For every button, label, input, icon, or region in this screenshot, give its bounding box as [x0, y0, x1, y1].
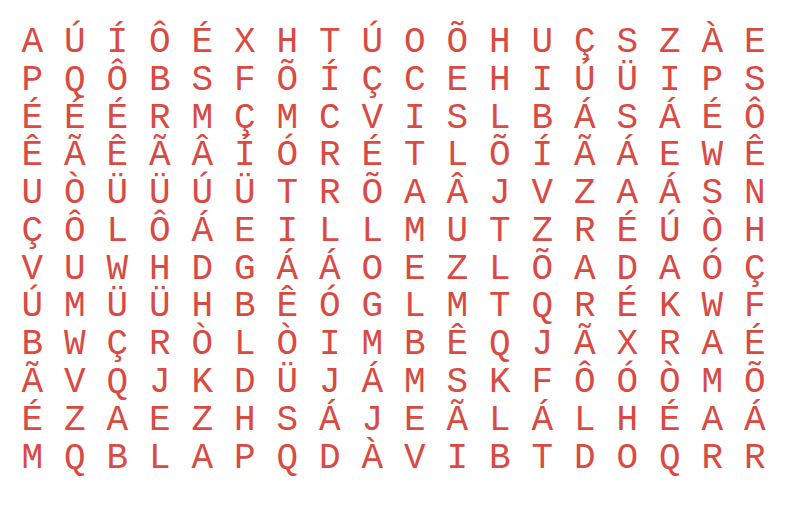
grid-cell[interactable]: P	[224, 438, 267, 476]
page: { "game": "word-search", "grid": { "rows…	[0, 0, 800, 509]
grid-cell[interactable]: U	[11, 173, 54, 211]
grid-cell[interactable]: E	[734, 22, 777, 60]
grid-cell[interactable]: H	[181, 287, 224, 325]
grid-cell[interactable]: B	[479, 438, 522, 476]
grid-cell[interactable]: Õ	[479, 135, 522, 173]
grid-cell[interactable]: Z	[181, 400, 224, 438]
grid-cell[interactable]: Ç	[734, 249, 777, 287]
grid-cell[interactable]: Á	[266, 249, 309, 287]
grid-cell[interactable]: J	[479, 173, 522, 211]
grid-cell[interactable]: R	[734, 438, 777, 476]
grid-cell[interactable]: Ã	[139, 135, 182, 173]
grid-cell[interactable]: Ü	[139, 287, 182, 325]
grid-cell[interactable]: U	[54, 249, 97, 287]
grid-cell[interactable]: H	[606, 400, 649, 438]
grid-cell[interactable]: S	[436, 362, 479, 400]
grid-cell[interactable]: Ó	[309, 287, 352, 325]
grid-cell[interactable]: Ü	[96, 173, 139, 211]
grid-cell[interactable]: W	[96, 249, 139, 287]
grid-cell[interactable]: Ã	[436, 400, 479, 438]
grid-cell[interactable]: G	[224, 249, 267, 287]
grid-cell[interactable]: Á	[309, 249, 352, 287]
grid-cell[interactable]: É	[54, 98, 97, 136]
grid-cell[interactable]: Q	[54, 60, 97, 98]
grid-cell[interactable]: K	[649, 287, 692, 325]
grid-cell[interactable]: Õ	[266, 60, 309, 98]
grid-cell[interactable]: Õ	[436, 22, 479, 60]
grid-cell[interactable]: D	[309, 438, 352, 476]
grid-cell[interactable]: Ó	[691, 249, 734, 287]
grid-cell[interactable]: M	[181, 98, 224, 136]
grid-cell[interactable]: Q	[266, 438, 309, 476]
grid-cell[interactable]: Q	[649, 438, 692, 476]
grid-cell[interactable]: Q	[521, 287, 564, 325]
grid-cell[interactable]: Á	[564, 98, 607, 136]
grid-cell[interactable]: S	[606, 22, 649, 60]
grid-cell[interactable]: R	[139, 98, 182, 136]
grid-cell[interactable]: L	[224, 324, 267, 362]
grid-cell[interactable]: Z	[436, 249, 479, 287]
grid-cell[interactable]: L	[139, 438, 182, 476]
grid-cell[interactable]: S	[606, 98, 649, 136]
grid-cell[interactable]: Ú	[11, 287, 54, 325]
grid-cell[interactable]: R	[691, 438, 734, 476]
grid-cell[interactable]: A	[691, 324, 734, 362]
grid-cell[interactable]: À	[691, 22, 734, 60]
grid-cell[interactable]: Â	[436, 173, 479, 211]
grid-cell[interactable]: P	[11, 60, 54, 98]
grid-cell[interactable]: Ò	[54, 173, 97, 211]
grid-cell[interactable]: R	[564, 211, 607, 249]
grid-cell[interactable]: Z	[649, 22, 692, 60]
grid-cell[interactable]: Q	[54, 438, 97, 476]
grid-cell[interactable]: Ú	[181, 173, 224, 211]
grid-cell[interactable]: Â	[181, 135, 224, 173]
grid-cell[interactable]: Í	[521, 135, 564, 173]
grid-cell[interactable]: Ê	[266, 287, 309, 325]
grid-cell[interactable]: Õ	[734, 362, 777, 400]
grid-cell[interactable]: V	[351, 98, 394, 136]
grid-cell[interactable]: L	[479, 98, 522, 136]
grid-cell[interactable]: V	[521, 173, 564, 211]
grid-cell[interactable]: A	[394, 173, 437, 211]
grid-cell[interactable]: É	[11, 400, 54, 438]
grid-cell[interactable]: L	[436, 135, 479, 173]
grid-cell[interactable]: É	[181, 22, 224, 60]
grid-cell[interactable]: B	[11, 324, 54, 362]
grid-cell[interactable]: H	[224, 400, 267, 438]
grid-cell[interactable]: I	[266, 211, 309, 249]
grid-cell[interactable]: E	[394, 249, 437, 287]
grid-cell[interactable]: Ú	[54, 22, 97, 60]
grid-cell[interactable]: E	[394, 400, 437, 438]
grid-cell[interactable]: Ç	[564, 22, 607, 60]
grid-cell[interactable]: B	[521, 98, 564, 136]
grid-cell[interactable]: M	[266, 98, 309, 136]
grid-cell[interactable]: D	[224, 362, 267, 400]
grid-cell[interactable]: Ô	[54, 211, 97, 249]
grid-cell[interactable]: L	[96, 211, 139, 249]
grid-cell[interactable]: Ü	[96, 287, 139, 325]
grid-cell[interactable]: Ú	[564, 60, 607, 98]
grid-cell[interactable]: É	[606, 287, 649, 325]
grid-cell[interactable]: M	[54, 287, 97, 325]
grid-cell[interactable]: L	[351, 211, 394, 249]
grid-cell[interactable]: A	[691, 400, 734, 438]
grid-cell[interactable]: Á	[734, 400, 777, 438]
grid-cell[interactable]: N	[734, 173, 777, 211]
grid-cell[interactable]: J	[139, 362, 182, 400]
grid-cell[interactable]: Ê	[96, 135, 139, 173]
grid-cell[interactable]: L	[479, 400, 522, 438]
grid-cell[interactable]: M	[394, 211, 437, 249]
grid-cell[interactable]: I	[521, 60, 564, 98]
grid-cell[interactable]: Q	[96, 362, 139, 400]
grid-cell[interactable]: Ã	[564, 324, 607, 362]
word-search-grid: AÚÍÔÉXHTÚOÕHUÇSZÀEPQÔBSFÕÍÇCEHIÚÜIPSÉÉÉR…	[11, 22, 776, 476]
grid-cell[interactable]: K	[479, 362, 522, 400]
grid-cell[interactable]: D	[564, 438, 607, 476]
grid-cell[interactable]: L	[309, 211, 352, 249]
grid-cell[interactable]: Z	[54, 400, 97, 438]
grid-cell[interactable]: Ò	[649, 362, 692, 400]
grid-cell[interactable]: Ò	[691, 211, 734, 249]
grid-cell[interactable]: S	[181, 60, 224, 98]
grid-cell[interactable]: E	[436, 60, 479, 98]
grid-cell[interactable]: H	[139, 249, 182, 287]
grid-cell[interactable]: R	[649, 324, 692, 362]
grid-cell[interactable]: V	[54, 362, 97, 400]
grid-cell[interactable]: Ç	[351, 60, 394, 98]
grid-cell[interactable]: T	[309, 22, 352, 60]
grid-cell[interactable]: I	[649, 60, 692, 98]
grid-cell[interactable]: Ê	[436, 324, 479, 362]
grid-cell[interactable]: C	[309, 98, 352, 136]
grid-cell[interactable]: S	[734, 60, 777, 98]
grid-cell[interactable]: Ç	[11, 211, 54, 249]
grid-cell[interactable]: Õ	[521, 249, 564, 287]
grid-cell[interactable]: X	[224, 22, 267, 60]
grid-cell[interactable]: Í	[309, 60, 352, 98]
grid-cell[interactable]: T	[394, 135, 437, 173]
grid-cell[interactable]: M	[691, 362, 734, 400]
grid-cell[interactable]: É	[11, 98, 54, 136]
grid-cell[interactable]: I	[309, 324, 352, 362]
grid-cell[interactable]: W	[54, 324, 97, 362]
grid-cell[interactable]: H	[266, 22, 309, 60]
grid-cell[interactable]: L	[564, 400, 607, 438]
grid-cell[interactable]: Ó	[266, 135, 309, 173]
grid-cell[interactable]: F	[224, 60, 267, 98]
grid-cell[interactable]: Á	[649, 173, 692, 211]
grid-cell[interactable]: Í	[224, 135, 267, 173]
grid-cell[interactable]: B	[96, 438, 139, 476]
grid-cell[interactable]: Ò	[181, 324, 224, 362]
grid-cell[interactable]: A	[96, 400, 139, 438]
grid-cell[interactable]: I	[394, 98, 437, 136]
grid-cell[interactable]: L	[394, 287, 437, 325]
grid-cell[interactable]: E	[224, 211, 267, 249]
grid-cell[interactable]: É	[606, 211, 649, 249]
grid-cell[interactable]: A	[649, 249, 692, 287]
grid-cell[interactable]: T	[479, 287, 522, 325]
grid-cell[interactable]: Á	[181, 211, 224, 249]
grid-cell[interactable]: Ü	[139, 173, 182, 211]
grid-cell[interactable]: R	[139, 324, 182, 362]
grid-cell[interactable]: Á	[309, 400, 352, 438]
grid-cell[interactable]: J	[521, 324, 564, 362]
grid-cell[interactable]: P	[691, 60, 734, 98]
grid-cell[interactable]: F	[734, 287, 777, 325]
grid-cell[interactable]: Ç	[224, 98, 267, 136]
grid-cell[interactable]: T	[266, 173, 309, 211]
grid-cell[interactable]: Ê	[11, 135, 54, 173]
grid-cell[interactable]: M	[11, 438, 54, 476]
grid-cell[interactable]: Ã	[11, 362, 54, 400]
grid-cell[interactable]: Ô	[139, 22, 182, 60]
grid-cell[interactable]: Õ	[351, 173, 394, 211]
grid-cell[interactable]: A	[181, 438, 224, 476]
grid-cell[interactable]: Ô	[564, 362, 607, 400]
grid-cell[interactable]: Á	[606, 135, 649, 173]
grid-cell[interactable]: C	[394, 60, 437, 98]
grid-cell[interactable]: H	[479, 22, 522, 60]
grid-cell[interactable]: Z	[564, 173, 607, 211]
grid-cell[interactable]: Ô	[139, 211, 182, 249]
grid-cell[interactable]: Ã	[564, 135, 607, 173]
grid-cell[interactable]: H	[479, 60, 522, 98]
grid-cell[interactable]: J	[351, 400, 394, 438]
grid-cell[interactable]: F	[521, 362, 564, 400]
grid-cell[interactable]: D	[181, 249, 224, 287]
word-search-board: AÚÍÔÉXHTÚOÕHUÇSZÀEPQÔBSFÕÍÇCEHIÚÜIPSÉÉÉR…	[0, 0, 800, 509]
grid-cell[interactable]: R	[564, 287, 607, 325]
grid-cell[interactable]: Á	[351, 362, 394, 400]
grid-cell[interactable]: V	[11, 249, 54, 287]
grid-cell[interactable]: Ò	[266, 324, 309, 362]
grid-cell[interactable]: Ô	[734, 98, 777, 136]
grid-cell[interactable]: Ê	[734, 135, 777, 173]
grid-cell[interactable]: H	[734, 211, 777, 249]
grid-cell[interactable]: R	[309, 173, 352, 211]
grid-cell[interactable]: W	[691, 135, 734, 173]
grid-cell[interactable]: A	[11, 22, 54, 60]
grid-cell[interactable]: S	[691, 173, 734, 211]
grid-cell[interactable]: O	[394, 22, 437, 60]
grid-cell[interactable]: I	[436, 438, 479, 476]
grid-cell[interactable]: Í	[96, 22, 139, 60]
grid-cell[interactable]: L	[479, 249, 522, 287]
grid-cell[interactable]: Á	[521, 400, 564, 438]
grid-cell[interactable]: Ç	[96, 324, 139, 362]
grid-cell[interactable]: À	[351, 438, 394, 476]
grid-cell[interactable]: Á	[649, 98, 692, 136]
grid-cell[interactable]: É	[649, 400, 692, 438]
grid-cell[interactable]: B	[139, 60, 182, 98]
grid-cell[interactable]: Ü	[224, 173, 267, 211]
grid-cell[interactable]: É	[691, 98, 734, 136]
grid-cell[interactable]: J	[309, 362, 352, 400]
grid-cell[interactable]: Ô	[96, 60, 139, 98]
grid-cell[interactable]: B	[224, 287, 267, 325]
grid-cell[interactable]: É	[96, 98, 139, 136]
grid-cell[interactable]: O	[606, 438, 649, 476]
grid-cell[interactable]: É	[734, 324, 777, 362]
grid-cell[interactable]: T	[479, 211, 522, 249]
grid-cell[interactable]: M	[394, 362, 437, 400]
grid-cell[interactable]: X	[606, 324, 649, 362]
grid-cell[interactable]: R	[309, 135, 352, 173]
grid-cell[interactable]: K	[181, 362, 224, 400]
grid-cell[interactable]: E	[139, 400, 182, 438]
grid-cell[interactable]: S	[436, 98, 479, 136]
grid-cell[interactable]: Ú	[351, 22, 394, 60]
grid-cell[interactable]: W	[691, 287, 734, 325]
grid-cell[interactable]: S	[266, 400, 309, 438]
grid-cell[interactable]: O	[351, 249, 394, 287]
grid-cell[interactable]: Ü	[606, 60, 649, 98]
grid-cell[interactable]: A	[564, 249, 607, 287]
grid-cell[interactable]: Q	[479, 324, 522, 362]
grid-cell[interactable]: G	[351, 287, 394, 325]
grid-cell[interactable]: V	[394, 438, 437, 476]
grid-cell[interactable]: U	[436, 211, 479, 249]
grid-cell[interactable]: Ü	[266, 362, 309, 400]
grid-cell[interactable]: B	[394, 324, 437, 362]
grid-cell[interactable]: D	[606, 249, 649, 287]
grid-cell[interactable]: Ó	[606, 362, 649, 400]
grid-cell[interactable]: M	[436, 287, 479, 325]
grid-cell[interactable]: Ú	[649, 211, 692, 249]
grid-cell[interactable]: T	[521, 438, 564, 476]
grid-cell[interactable]: É	[351, 135, 394, 173]
grid-cell[interactable]: Z	[521, 211, 564, 249]
grid-cell[interactable]: U	[521, 22, 564, 60]
grid-cell[interactable]: Ã	[54, 135, 97, 173]
grid-cell[interactable]: M	[351, 324, 394, 362]
grid-cell[interactable]: E	[649, 135, 692, 173]
grid-cell[interactable]: A	[606, 173, 649, 211]
